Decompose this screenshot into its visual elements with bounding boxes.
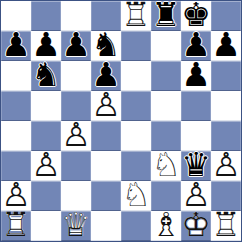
square-d4[interactable]	[91, 121, 121, 151]
square-e1[interactable]	[121, 211, 151, 241]
chess-board: ♜♖♜♚♟♟♟♞♟♟♞♟♟♟♙♟♙♟♙♞♘♛♟♙♟♙♞♘♟♙♜♖♛♕♝♗♚♔♜♖	[0, 0, 242, 242]
black-pawn[interactable]: ♟	[1, 31, 31, 61]
black-pawn[interactable]: ♟	[61, 31, 91, 61]
white-rook-outline-glyph: ♖	[121, 0, 151, 30]
white-pawn-outline-glyph: ♙	[211, 150, 241, 180]
square-c3[interactable]	[61, 151, 91, 181]
white-bishop[interactable]: ♝♗	[151, 211, 181, 241]
white-pawn[interactable]: ♟♙	[31, 151, 61, 181]
white-rook[interactable]: ♜♖	[211, 211, 241, 241]
square-h7[interactable]: ♟	[211, 31, 241, 61]
square-a7[interactable]: ♟	[1, 31, 31, 61]
white-pawn-outline-glyph: ♙	[31, 150, 61, 180]
square-f8[interactable]: ♜	[151, 1, 181, 31]
square-h6[interactable]	[211, 61, 241, 91]
square-f7[interactable]	[151, 31, 181, 61]
white-rook[interactable]: ♜♖	[1, 211, 31, 241]
white-rook[interactable]: ♜♖	[121, 1, 151, 31]
square-b5[interactable]	[31, 91, 61, 121]
black-rook-glyph: ♜	[151, 0, 181, 30]
square-b3[interactable]: ♟♙	[31, 151, 61, 181]
black-pawn[interactable]: ♟	[211, 31, 241, 61]
black-pawn-glyph: ♟	[181, 60, 211, 90]
square-b2[interactable]	[31, 181, 61, 211]
square-a5[interactable]	[1, 91, 31, 121]
square-e7[interactable]	[121, 31, 151, 61]
white-pawn[interactable]: ♟♙	[61, 121, 91, 151]
square-b6[interactable]: ♞	[31, 61, 61, 91]
white-knight[interactable]: ♞♘	[151, 151, 181, 181]
square-a6[interactable]	[1, 61, 31, 91]
square-c4[interactable]: ♟♙	[61, 121, 91, 151]
white-knight-outline-glyph: ♘	[121, 180, 151, 210]
square-a1[interactable]: ♜♖	[1, 211, 31, 241]
square-g5[interactable]	[181, 91, 211, 121]
square-c6[interactable]	[61, 61, 91, 91]
square-h3[interactable]: ♟♙	[211, 151, 241, 181]
square-f1[interactable]: ♝♗	[151, 211, 181, 241]
white-rook-outline-glyph: ♖	[1, 210, 31, 240]
white-rook-outline-glyph: ♖	[211, 210, 241, 240]
square-e4[interactable]	[121, 121, 151, 151]
white-pawn-outline-glyph: ♙	[91, 90, 121, 120]
square-f5[interactable]	[151, 91, 181, 121]
white-pawn[interactable]: ♟♙	[91, 91, 121, 121]
square-g6[interactable]: ♟	[181, 61, 211, 91]
white-knight[interactable]: ♞♘	[121, 181, 151, 211]
square-h1[interactable]: ♜♖	[211, 211, 241, 241]
square-b1[interactable]	[31, 211, 61, 241]
square-d1[interactable]	[91, 211, 121, 241]
square-f6[interactable]	[151, 61, 181, 91]
square-h5[interactable]	[211, 91, 241, 121]
square-d5[interactable]: ♟♙	[91, 91, 121, 121]
white-pawn[interactable]: ♟♙	[211, 151, 241, 181]
square-e6[interactable]	[121, 61, 151, 91]
white-king-outline-glyph: ♔	[181, 210, 211, 240]
square-e8[interactable]: ♜♖	[121, 1, 151, 31]
black-knight-glyph: ♞	[31, 60, 61, 90]
black-pawn-glyph: ♟	[61, 30, 91, 60]
square-a4[interactable]	[1, 121, 31, 151]
black-rook[interactable]: ♜	[151, 1, 181, 31]
white-queen-outline-glyph: ♕	[61, 210, 91, 240]
white-bishop-outline-glyph: ♗	[151, 210, 181, 240]
white-king[interactable]: ♚♔	[181, 211, 211, 241]
square-c1[interactable]: ♛♕	[61, 211, 91, 241]
square-e5[interactable]	[121, 91, 151, 121]
white-queen[interactable]: ♛♕	[61, 211, 91, 241]
square-g1[interactable]: ♚♔	[181, 211, 211, 241]
black-knight[interactable]: ♞	[31, 61, 61, 91]
square-c7[interactable]: ♟	[61, 31, 91, 61]
black-pawn-glyph: ♟	[1, 30, 31, 60]
square-e2[interactable]: ♞♘	[121, 181, 151, 211]
white-knight-outline-glyph: ♘	[151, 150, 181, 180]
black-pawn[interactable]: ♟	[181, 61, 211, 91]
black-pawn-glyph: ♟	[211, 30, 241, 60]
white-pawn-outline-glyph: ♙	[61, 120, 91, 150]
square-d2[interactable]	[91, 181, 121, 211]
square-d3[interactable]	[91, 151, 121, 181]
square-f3[interactable]: ♞♘	[151, 151, 181, 181]
